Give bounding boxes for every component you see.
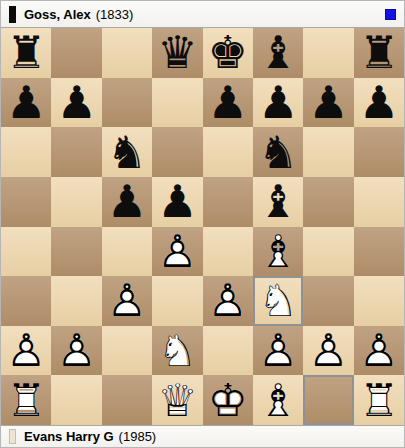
white-knight-fill: ♞ xyxy=(253,276,303,326)
white-pawn[interactable]: ♙ xyxy=(1,326,51,376)
square-g1[interactable] xyxy=(303,375,353,425)
white-bishop[interactable]: ♗ xyxy=(253,227,303,277)
square-a5[interactable] xyxy=(1,177,51,227)
white-pawn-fill: ♟ xyxy=(203,276,253,326)
white-pawn-fill: ♟ xyxy=(253,326,303,376)
chess-window: Goss, Alex (1833) ♜♛♚♝♜♟♟♟♟♟♟♞♞♟♟♝♟♙♝♗♟♙… xyxy=(0,0,405,448)
square-h1[interactable]: ♜♖ xyxy=(354,375,404,425)
black-knight[interactable]: ♞ xyxy=(102,127,152,177)
square-d2[interactable]: ♞♘ xyxy=(152,326,202,376)
white-rook[interactable]: ♖ xyxy=(1,375,51,425)
square-b5[interactable] xyxy=(51,177,101,227)
square-e5[interactable] xyxy=(203,177,253,227)
square-e3[interactable]: ♟♙ xyxy=(203,276,253,326)
white-queen-fill: ♛ xyxy=(152,375,202,425)
square-f5[interactable]: ♝ xyxy=(253,177,303,227)
square-g4[interactable] xyxy=(303,227,353,277)
square-a3[interactable] xyxy=(1,276,51,326)
square-b1[interactable] xyxy=(51,375,101,425)
square-c4[interactable] xyxy=(102,227,152,277)
square-g6[interactable] xyxy=(303,127,353,177)
white-king-fill: ♚ xyxy=(203,375,253,425)
square-g3[interactable] xyxy=(303,276,353,326)
square-h3[interactable] xyxy=(354,276,404,326)
white-queen[interactable]: ♕ xyxy=(152,375,202,425)
square-c5[interactable]: ♟ xyxy=(102,177,152,227)
square-b7[interactable]: ♟ xyxy=(51,78,101,128)
black-pawn[interactable]: ♟ xyxy=(253,78,303,128)
white-pawn[interactable]: ♙ xyxy=(51,326,101,376)
square-f4[interactable]: ♝♗ xyxy=(253,227,303,277)
square-b2[interactable]: ♟♙ xyxy=(51,326,101,376)
black-bishop[interactable]: ♝ xyxy=(253,177,303,227)
white-pawn[interactable]: ♙ xyxy=(303,326,353,376)
black-pawn[interactable]: ♟ xyxy=(303,78,353,128)
square-d4[interactable]: ♟♙ xyxy=(152,227,202,277)
square-g5[interactable] xyxy=(303,177,353,227)
white-bishop-fill: ♝ xyxy=(253,227,303,277)
bottom-player-bar: Evans Harry G (1985) xyxy=(1,425,404,447)
white-rook[interactable]: ♖ xyxy=(354,375,404,425)
square-d5[interactable]: ♟ xyxy=(152,177,202,227)
white-pawn-fill: ♟ xyxy=(51,326,101,376)
square-g2[interactable]: ♟♙ xyxy=(303,326,353,376)
black-pawn[interactable]: ♟ xyxy=(152,177,202,227)
black-pawn[interactable]: ♟ xyxy=(102,177,152,227)
square-f3[interactable]: ♞♘ xyxy=(253,276,303,326)
white-pawn-fill: ♟ xyxy=(152,227,202,277)
black-color-chip xyxy=(9,6,16,23)
square-a8[interactable]: ♜ xyxy=(1,28,51,78)
white-color-chip xyxy=(9,429,16,444)
square-b4[interactable] xyxy=(51,227,101,277)
square-f8[interactable]: ♝ xyxy=(253,28,303,78)
black-pawn[interactable]: ♟ xyxy=(1,78,51,128)
square-b6[interactable] xyxy=(51,127,101,177)
black-pawn[interactable]: ♟ xyxy=(354,78,404,128)
white-bishop-fill: ♝ xyxy=(253,375,303,425)
square-d8[interactable]: ♛ xyxy=(152,28,202,78)
top-player-rating: (1833) xyxy=(96,7,134,22)
square-b8[interactable] xyxy=(51,28,101,78)
black-bishop[interactable]: ♝ xyxy=(253,28,303,78)
square-h8[interactable]: ♜ xyxy=(354,28,404,78)
square-f6[interactable]: ♞ xyxy=(253,127,303,177)
square-h5[interactable] xyxy=(354,177,404,227)
white-bishop[interactable]: ♗ xyxy=(253,375,303,425)
black-pawn[interactable]: ♟ xyxy=(203,78,253,128)
white-pawn[interactable]: ♙ xyxy=(203,276,253,326)
square-d7[interactable] xyxy=(152,78,202,128)
white-knight[interactable]: ♘ xyxy=(152,326,202,376)
blue-status-square-icon[interactable] xyxy=(385,9,396,20)
square-d1[interactable]: ♛♕ xyxy=(152,375,202,425)
square-d3[interactable] xyxy=(152,276,202,326)
black-rook[interactable]: ♜ xyxy=(1,28,51,78)
white-pawn-fill: ♟ xyxy=(102,276,152,326)
black-queen[interactable]: ♛ xyxy=(152,28,202,78)
square-a7[interactable]: ♟ xyxy=(1,78,51,128)
white-pawn-fill: ♟ xyxy=(1,326,51,376)
white-knight-fill: ♞ xyxy=(152,326,202,376)
square-f1[interactable]: ♝♗ xyxy=(253,375,303,425)
bottom-player-name: Evans Harry G xyxy=(24,429,114,444)
square-h4[interactable] xyxy=(354,227,404,277)
black-knight[interactable]: ♞ xyxy=(253,127,303,177)
square-f7[interactable]: ♟ xyxy=(253,78,303,128)
square-h7[interactable]: ♟ xyxy=(354,78,404,128)
bottom-player-rating: (1985) xyxy=(119,429,157,444)
top-player-bar: Goss, Alex (1833) xyxy=(1,1,404,28)
black-king[interactable]: ♚ xyxy=(203,28,253,78)
square-a2[interactable]: ♟♙ xyxy=(1,326,51,376)
top-player-name: Goss, Alex xyxy=(24,7,91,22)
square-e2[interactable] xyxy=(203,326,253,376)
square-e6[interactable] xyxy=(203,127,253,177)
square-e4[interactable] xyxy=(203,227,253,277)
square-e1[interactable]: ♚♔ xyxy=(203,375,253,425)
square-c6[interactable]: ♞ xyxy=(102,127,152,177)
white-pawn[interactable]: ♙ xyxy=(102,276,152,326)
square-h2[interactable]: ♟♙ xyxy=(354,326,404,376)
square-c2[interactable] xyxy=(102,326,152,376)
white-king[interactable]: ♔ xyxy=(203,375,253,425)
white-pawn[interactable]: ♙ xyxy=(152,227,202,277)
white-pawn[interactable]: ♙ xyxy=(354,326,404,376)
square-h6[interactable] xyxy=(354,127,404,177)
square-e8[interactable]: ♚ xyxy=(203,28,253,78)
white-rook-fill: ♜ xyxy=(1,375,51,425)
square-g8[interactable] xyxy=(303,28,353,78)
white-pawn-fill: ♟ xyxy=(354,326,404,376)
square-f2[interactable]: ♟♙ xyxy=(253,326,303,376)
square-a1[interactable]: ♜♖ xyxy=(1,375,51,425)
square-c7[interactable] xyxy=(102,78,152,128)
white-pawn[interactable]: ♙ xyxy=(253,326,303,376)
square-a4[interactable] xyxy=(1,227,51,277)
square-c1[interactable] xyxy=(102,375,152,425)
square-c8[interactable] xyxy=(102,28,152,78)
square-g7[interactable]: ♟ xyxy=(303,78,353,128)
square-e7[interactable]: ♟ xyxy=(203,78,253,128)
black-pawn[interactable]: ♟ xyxy=(51,78,101,128)
square-b3[interactable] xyxy=(51,276,101,326)
white-knight[interactable]: ♘ xyxy=(253,276,303,326)
black-rook[interactable]: ♜ xyxy=(354,28,404,78)
square-a6[interactable] xyxy=(1,127,51,177)
chess-board: ♜♛♚♝♜♟♟♟♟♟♟♞♞♟♟♝♟♙♝♗♟♙♟♙♞♘♟♙♟♙♞♘♟♙♟♙♟♙♜♖… xyxy=(1,28,404,425)
square-c3[interactable]: ♟♙ xyxy=(102,276,152,326)
white-pawn-fill: ♟ xyxy=(303,326,353,376)
square-d6[interactable] xyxy=(152,127,202,177)
white-rook-fill: ♜ xyxy=(354,375,404,425)
